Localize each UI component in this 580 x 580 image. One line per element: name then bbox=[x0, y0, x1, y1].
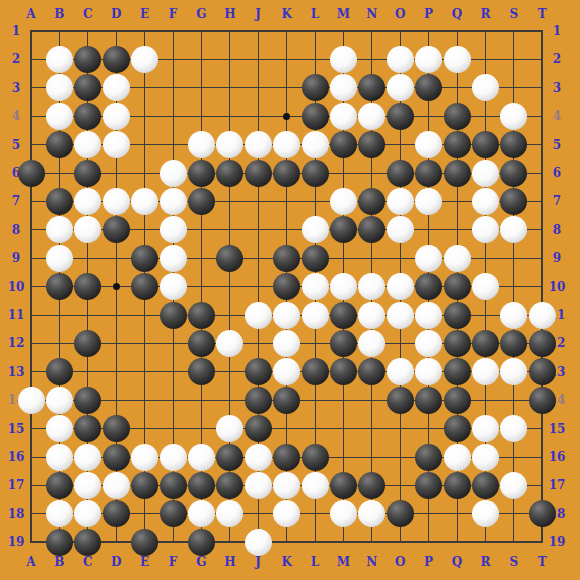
white-stone-D17 bbox=[103, 472, 130, 499]
black-stone-G19 bbox=[188, 529, 215, 556]
white-stone-P13 bbox=[415, 358, 442, 385]
black-stone-D18 bbox=[103, 500, 130, 527]
col-label-bottom: J bbox=[255, 555, 261, 569]
white-stone-D5 bbox=[103, 131, 130, 158]
black-stone-H6 bbox=[216, 160, 243, 187]
white-stone-S15 bbox=[500, 415, 527, 442]
black-stone-J13 bbox=[245, 358, 272, 385]
black-stone-Q13 bbox=[444, 358, 471, 385]
grid-hline bbox=[30, 541, 543, 543]
black-stone-F17 bbox=[160, 472, 187, 499]
col-label-top: T bbox=[538, 7, 547, 21]
black-stone-C4 bbox=[74, 103, 101, 130]
row-label-right: 15 bbox=[549, 422, 566, 436]
white-stone-S4 bbox=[500, 103, 527, 130]
black-stone-M11 bbox=[330, 302, 357, 329]
black-stone-E17 bbox=[131, 472, 158, 499]
white-stone-P9 bbox=[415, 245, 442, 272]
col-label-bottom: K bbox=[281, 555, 291, 569]
row-label-left: 2 bbox=[12, 52, 20, 66]
row-label-left: 18 bbox=[8, 507, 25, 521]
white-stone-S13 bbox=[500, 358, 527, 385]
row-label-left: 11 bbox=[8, 308, 25, 322]
col-label-top: F bbox=[169, 7, 178, 21]
black-stone-N7 bbox=[358, 188, 385, 215]
white-stone-R16 bbox=[472, 444, 499, 471]
black-stone-R12 bbox=[472, 330, 499, 357]
white-stone-L11 bbox=[302, 302, 329, 329]
white-stone-B15 bbox=[46, 415, 73, 442]
col-label-top: J bbox=[255, 7, 261, 21]
white-stone-L5 bbox=[302, 131, 329, 158]
white-stone-G18 bbox=[188, 500, 215, 527]
white-stone-C7 bbox=[74, 188, 101, 215]
black-stone-N5 bbox=[358, 131, 385, 158]
white-stone-N10 bbox=[358, 273, 385, 300]
black-stone-D16 bbox=[103, 444, 130, 471]
hoshi-point bbox=[283, 113, 290, 120]
black-stone-K10 bbox=[273, 273, 300, 300]
white-stone-M3 bbox=[330, 74, 357, 101]
black-stone-S12 bbox=[500, 330, 527, 357]
white-stone-R13 bbox=[472, 358, 499, 385]
col-label-bottom: O bbox=[395, 555, 405, 569]
black-stone-E10 bbox=[131, 273, 158, 300]
black-stone-B13 bbox=[46, 358, 73, 385]
white-stone-N18 bbox=[358, 500, 385, 527]
white-stone-F10 bbox=[160, 273, 187, 300]
white-stone-F6 bbox=[160, 160, 187, 187]
row-label-left: 8 bbox=[12, 223, 20, 237]
black-stone-P3 bbox=[415, 74, 442, 101]
row-label-right: 2 bbox=[553, 52, 561, 66]
col-label-top: B bbox=[54, 7, 64, 21]
col-label-bottom: P bbox=[424, 555, 433, 569]
white-stone-E16 bbox=[131, 444, 158, 471]
black-stone-B19 bbox=[46, 529, 73, 556]
white-stone-L17 bbox=[302, 472, 329, 499]
col-label-top: Q bbox=[452, 7, 462, 21]
white-stone-O8 bbox=[387, 216, 414, 243]
black-stone-C3 bbox=[74, 74, 101, 101]
black-stone-Q17 bbox=[444, 472, 471, 499]
white-stone-D4 bbox=[103, 103, 130, 130]
black-stone-Q10 bbox=[444, 273, 471, 300]
white-stone-C8 bbox=[74, 216, 101, 243]
row-label-right: 19 bbox=[549, 535, 566, 549]
black-stone-R5 bbox=[472, 131, 499, 158]
black-stone-B10 bbox=[46, 273, 73, 300]
col-label-top: P bbox=[424, 7, 433, 21]
white-stone-M18 bbox=[330, 500, 357, 527]
black-stone-P6 bbox=[415, 160, 442, 187]
white-stone-H5 bbox=[216, 131, 243, 158]
black-stone-O18 bbox=[387, 500, 414, 527]
white-stone-P12 bbox=[415, 330, 442, 357]
white-stone-B8 bbox=[46, 216, 73, 243]
white-stone-R8 bbox=[472, 216, 499, 243]
white-stone-P5 bbox=[415, 131, 442, 158]
black-stone-P17 bbox=[415, 472, 442, 499]
black-stone-Q15 bbox=[444, 415, 471, 442]
white-stone-G16 bbox=[188, 444, 215, 471]
black-stone-Q4 bbox=[444, 103, 471, 130]
white-stone-C18 bbox=[74, 500, 101, 527]
white-stone-R3 bbox=[472, 74, 499, 101]
black-stone-S6 bbox=[500, 160, 527, 187]
row-label-right: 5 bbox=[553, 138, 561, 152]
white-stone-S11 bbox=[500, 302, 527, 329]
black-stone-D8 bbox=[103, 216, 130, 243]
black-stone-P16 bbox=[415, 444, 442, 471]
white-stone-P7 bbox=[415, 188, 442, 215]
black-stone-G7 bbox=[188, 188, 215, 215]
row-label-right: 7 bbox=[553, 194, 561, 208]
white-stone-J19 bbox=[245, 529, 272, 556]
col-label-bottom: S bbox=[509, 555, 518, 569]
black-stone-L9 bbox=[302, 245, 329, 272]
black-stone-E9 bbox=[131, 245, 158, 272]
black-stone-T14 bbox=[529, 387, 556, 414]
row-label-right: 4 bbox=[553, 109, 561, 123]
col-label-top: M bbox=[337, 7, 350, 21]
white-stone-N12 bbox=[358, 330, 385, 357]
black-stone-B17 bbox=[46, 472, 73, 499]
white-stone-D7 bbox=[103, 188, 130, 215]
white-stone-R18 bbox=[472, 500, 499, 527]
black-stone-L3 bbox=[302, 74, 329, 101]
black-stone-T18 bbox=[529, 500, 556, 527]
white-stone-R15 bbox=[472, 415, 499, 442]
black-stone-B7 bbox=[46, 188, 73, 215]
white-stone-Q16 bbox=[444, 444, 471, 471]
black-stone-K6 bbox=[273, 160, 300, 187]
black-stone-P14 bbox=[415, 387, 442, 414]
black-stone-F18 bbox=[160, 500, 187, 527]
white-stone-N4 bbox=[358, 103, 385, 130]
black-stone-Q12 bbox=[444, 330, 471, 357]
col-label-bottom: T bbox=[538, 555, 547, 569]
white-stone-P11 bbox=[415, 302, 442, 329]
white-stone-M10 bbox=[330, 273, 357, 300]
white-stone-O2 bbox=[387, 46, 414, 73]
white-stone-R10 bbox=[472, 273, 499, 300]
black-stone-Q6 bbox=[444, 160, 471, 187]
black-stone-C10 bbox=[74, 273, 101, 300]
black-stone-C19 bbox=[74, 529, 101, 556]
col-label-bottom: G bbox=[196, 555, 206, 569]
black-stone-C15 bbox=[74, 415, 101, 442]
col-label-bottom: F bbox=[169, 555, 178, 569]
black-stone-Q11 bbox=[444, 302, 471, 329]
row-label-left: 15 bbox=[8, 422, 25, 436]
black-stone-C12 bbox=[74, 330, 101, 357]
black-stone-J14 bbox=[245, 387, 272, 414]
white-stone-M2 bbox=[330, 46, 357, 73]
row-label-right: 17 bbox=[549, 478, 566, 492]
hoshi-point bbox=[113, 283, 120, 290]
black-stone-N3 bbox=[358, 74, 385, 101]
black-stone-G13 bbox=[188, 358, 215, 385]
row-label-left: 16 bbox=[8, 450, 25, 464]
black-stone-D15 bbox=[103, 415, 130, 442]
row-label-left: 1 bbox=[12, 24, 20, 38]
row-label-left: 10 bbox=[8, 280, 25, 294]
white-stone-O7 bbox=[387, 188, 414, 215]
col-label-bottom: Q bbox=[452, 555, 462, 569]
col-label-top: E bbox=[140, 7, 149, 21]
black-stone-J6 bbox=[245, 160, 272, 187]
col-label-top: C bbox=[83, 7, 93, 21]
col-label-top: R bbox=[480, 7, 490, 21]
white-stone-B4 bbox=[46, 103, 73, 130]
white-stone-J17 bbox=[245, 472, 272, 499]
white-stone-J11 bbox=[245, 302, 272, 329]
col-label-top: S bbox=[509, 7, 518, 21]
black-stone-G11 bbox=[188, 302, 215, 329]
black-stone-A6 bbox=[18, 160, 45, 187]
white-stone-O10 bbox=[387, 273, 414, 300]
white-stone-F7 bbox=[160, 188, 187, 215]
black-stone-K9 bbox=[273, 245, 300, 272]
row-label-right: 6 bbox=[553, 166, 561, 180]
black-stone-H17 bbox=[216, 472, 243, 499]
black-stone-M8 bbox=[330, 216, 357, 243]
white-stone-O11 bbox=[387, 302, 414, 329]
white-stone-H15 bbox=[216, 415, 243, 442]
white-stone-S8 bbox=[500, 216, 527, 243]
white-stone-O3 bbox=[387, 74, 414, 101]
white-stone-B14 bbox=[46, 387, 73, 414]
white-stone-E2 bbox=[131, 46, 158, 73]
black-stone-G12 bbox=[188, 330, 215, 357]
col-label-top: K bbox=[281, 7, 291, 21]
black-stone-F11 bbox=[160, 302, 187, 329]
black-stone-D2 bbox=[103, 46, 130, 73]
black-stone-M5 bbox=[330, 131, 357, 158]
col-label-bottom: D bbox=[111, 555, 121, 569]
col-label-bottom: M bbox=[337, 555, 350, 569]
white-stone-L8 bbox=[302, 216, 329, 243]
white-stone-R7 bbox=[472, 188, 499, 215]
col-label-top: D bbox=[111, 7, 121, 21]
black-stone-E19 bbox=[131, 529, 158, 556]
black-stone-C6 bbox=[74, 160, 101, 187]
col-label-bottom: L bbox=[311, 555, 319, 569]
black-stone-M13 bbox=[330, 358, 357, 385]
black-stone-Q14 bbox=[444, 387, 471, 414]
white-stone-F9 bbox=[160, 245, 187, 272]
black-stone-N17 bbox=[358, 472, 385, 499]
col-label-top: A bbox=[26, 7, 35, 21]
black-stone-S7 bbox=[500, 188, 527, 215]
black-stone-G17 bbox=[188, 472, 215, 499]
white-stone-K18 bbox=[273, 500, 300, 527]
white-stone-K17 bbox=[273, 472, 300, 499]
black-stone-J15 bbox=[245, 415, 272, 442]
white-stone-B18 bbox=[46, 500, 73, 527]
white-stone-P2 bbox=[415, 46, 442, 73]
white-stone-F16 bbox=[160, 444, 187, 471]
row-label-right: 3 bbox=[553, 81, 561, 95]
white-stone-E7 bbox=[131, 188, 158, 215]
col-label-top: G bbox=[196, 7, 206, 21]
black-stone-H16 bbox=[216, 444, 243, 471]
black-stone-C14 bbox=[74, 387, 101, 414]
col-label-bottom: H bbox=[224, 555, 235, 569]
white-stone-C5 bbox=[74, 131, 101, 158]
row-label-left: 13 bbox=[8, 365, 25, 379]
go-board[interactable]: AABBCCDDEEFFGGHHJJKKLLMMNNOOPPQQRRSSTT11… bbox=[0, 0, 580, 580]
row-label-left: 7 bbox=[12, 194, 20, 208]
white-stone-R6 bbox=[472, 160, 499, 187]
black-stone-O4 bbox=[387, 103, 414, 130]
row-label-right: 1 bbox=[553, 24, 561, 38]
black-stone-L4 bbox=[302, 103, 329, 130]
black-stone-N8 bbox=[358, 216, 385, 243]
row-label-right: 8 bbox=[553, 223, 561, 237]
row-label-right: 16 bbox=[549, 450, 566, 464]
row-label-left: 19 bbox=[8, 535, 25, 549]
white-stone-H18 bbox=[216, 500, 243, 527]
white-stone-F8 bbox=[160, 216, 187, 243]
black-stone-T12 bbox=[529, 330, 556, 357]
black-stone-O6 bbox=[387, 160, 414, 187]
white-stone-C16 bbox=[74, 444, 101, 471]
white-stone-H12 bbox=[216, 330, 243, 357]
col-label-top: N bbox=[366, 7, 377, 21]
row-label-left: 12 bbox=[8, 336, 25, 350]
black-stone-M17 bbox=[330, 472, 357, 499]
black-stone-P10 bbox=[415, 273, 442, 300]
row-label-left: 4 bbox=[12, 109, 20, 123]
col-label-bottom: R bbox=[480, 555, 490, 569]
white-stone-A14 bbox=[18, 387, 45, 414]
col-label-bottom: A bbox=[26, 555, 35, 569]
col-label-top: L bbox=[311, 7, 319, 21]
white-stone-B9 bbox=[46, 245, 73, 272]
black-stone-Q5 bbox=[444, 131, 471, 158]
white-stone-M7 bbox=[330, 188, 357, 215]
black-stone-K16 bbox=[273, 444, 300, 471]
col-label-bottom: E bbox=[140, 555, 149, 569]
col-label-top: O bbox=[395, 7, 405, 21]
row-label-left: 3 bbox=[12, 81, 20, 95]
black-stone-R17 bbox=[472, 472, 499, 499]
col-label-top: H bbox=[224, 7, 235, 21]
white-stone-B3 bbox=[46, 74, 73, 101]
black-stone-H9 bbox=[216, 245, 243, 272]
col-label-bottom: C bbox=[83, 555, 93, 569]
white-stone-O13 bbox=[387, 358, 414, 385]
row-label-right: 10 bbox=[549, 280, 566, 294]
black-stone-N13 bbox=[358, 358, 385, 385]
black-stone-K14 bbox=[273, 387, 300, 414]
black-stone-M12 bbox=[330, 330, 357, 357]
white-stone-K11 bbox=[273, 302, 300, 329]
row-label-left: 17 bbox=[8, 478, 25, 492]
white-stone-L10 bbox=[302, 273, 329, 300]
white-stone-S17 bbox=[500, 472, 527, 499]
white-stone-J16 bbox=[245, 444, 272, 471]
white-stone-M4 bbox=[330, 103, 357, 130]
black-stone-L13 bbox=[302, 358, 329, 385]
black-stone-B5 bbox=[46, 131, 73, 158]
black-stone-L6 bbox=[302, 160, 329, 187]
white-stone-D3 bbox=[103, 74, 130, 101]
white-stone-C17 bbox=[74, 472, 101, 499]
white-stone-J5 bbox=[245, 131, 272, 158]
white-stone-Q9 bbox=[444, 245, 471, 272]
row-label-right: 9 bbox=[553, 251, 561, 265]
grid-vline bbox=[541, 30, 543, 543]
row-label-left: 9 bbox=[12, 251, 20, 265]
white-stone-G5 bbox=[188, 131, 215, 158]
row-label-left: 5 bbox=[12, 138, 20, 152]
black-stone-C2 bbox=[74, 46, 101, 73]
black-stone-O14 bbox=[387, 387, 414, 414]
white-stone-K5 bbox=[273, 131, 300, 158]
white-stone-N11 bbox=[358, 302, 385, 329]
black-stone-L16 bbox=[302, 444, 329, 471]
black-stone-G6 bbox=[188, 160, 215, 187]
white-stone-K12 bbox=[273, 330, 300, 357]
white-stone-B2 bbox=[46, 46, 73, 73]
white-stone-K13 bbox=[273, 358, 300, 385]
col-label-bottom: B bbox=[54, 555, 64, 569]
col-label-bottom: N bbox=[366, 555, 377, 569]
black-stone-S5 bbox=[500, 131, 527, 158]
white-stone-T11 bbox=[529, 302, 556, 329]
white-stone-B16 bbox=[46, 444, 73, 471]
black-stone-T13 bbox=[529, 358, 556, 385]
white-stone-Q2 bbox=[444, 46, 471, 73]
